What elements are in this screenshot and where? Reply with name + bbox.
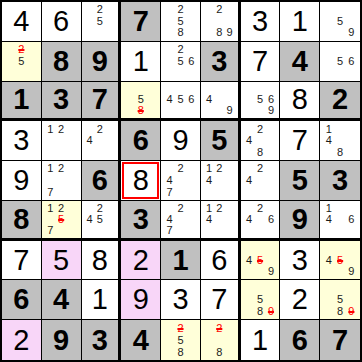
candidate: 4 xyxy=(164,94,175,105)
cell-r4c3[interactable]: 24 xyxy=(82,121,122,161)
pencil-marks: 289 xyxy=(201,2,238,41)
entered-digit: 7 xyxy=(252,47,268,76)
cell-r8c7[interactable]: 589 xyxy=(241,280,281,320)
cell-r5c6[interactable]: 124 xyxy=(201,161,241,201)
pencil-marks: 49 xyxy=(201,82,238,119)
candidate: 1 xyxy=(45,163,56,175)
candidate: 1 xyxy=(45,203,56,214)
struck-candidate: 5 xyxy=(255,254,266,266)
struck-candidate: 9 xyxy=(346,306,357,318)
pencil-marks: 258 xyxy=(161,2,200,41)
cell-r6c6[interactable]: 124 xyxy=(201,201,241,241)
cell-r3c6[interactable]: 49 xyxy=(201,82,241,122)
cell-r8c4[interactable]: 9 xyxy=(121,280,161,320)
candidate: 5 xyxy=(334,16,345,28)
entered-digit: 1 xyxy=(252,326,268,355)
given-digit: 3 xyxy=(133,205,149,234)
given-digit: 1 xyxy=(13,85,29,114)
cell-r1c4[interactable]: 7 xyxy=(121,2,161,42)
entered-digit: 8 xyxy=(292,85,308,114)
pencil-marks: 248 xyxy=(241,121,280,160)
candidate: 2 xyxy=(175,203,186,214)
candidate: 8 xyxy=(334,147,345,159)
candidate: 5 xyxy=(255,294,266,306)
pencil-marks: 245 xyxy=(82,201,119,238)
candidate: 8 xyxy=(214,346,224,358)
candidate: 5 xyxy=(95,214,105,225)
cell-r2c5[interactable]: 256 xyxy=(161,42,201,82)
pencil-marks: 148 xyxy=(320,121,360,160)
cell-r8c5[interactable]: 3 xyxy=(161,280,201,320)
cell-r8c3[interactable]: 1 xyxy=(82,280,122,320)
cell-r8c8[interactable]: 2 xyxy=(280,280,320,320)
cell-r6c5[interactable]: 247 xyxy=(161,201,201,241)
cell-r3c7[interactable]: 569 xyxy=(241,82,281,122)
entered-digit: 8 xyxy=(92,246,108,275)
pencil-marks: 1257 xyxy=(42,201,81,238)
candidate: 1 xyxy=(45,123,56,135)
pencil-marks: 589 xyxy=(320,280,360,319)
candidate: 9 xyxy=(346,27,357,39)
cell-r5c4[interactable]: 8 xyxy=(121,161,161,201)
candidate: 4 xyxy=(244,254,255,266)
candidate: 5 xyxy=(255,94,266,105)
entered-digit: 6 xyxy=(53,7,69,36)
candidate: 8 xyxy=(334,306,345,318)
cell-r4c9[interactable]: 148 xyxy=(320,121,360,161)
candidate: 2 xyxy=(214,203,224,214)
candidate: 2 xyxy=(175,4,186,16)
pencil-marks: 25 xyxy=(2,42,41,81)
entered-digit: 4 xyxy=(13,7,29,36)
candidate: 2 xyxy=(255,203,266,214)
pencil-marks: 124 xyxy=(201,201,238,238)
entered-digit: 2 xyxy=(133,246,149,275)
candidate: 2 xyxy=(175,163,186,175)
given-digit: 9 xyxy=(53,326,69,355)
cell-r9c8[interactable]: 6 xyxy=(280,320,320,360)
cell-r3c8[interactable]: 8 xyxy=(280,82,320,122)
cell-r2c4[interactable]: 1 xyxy=(121,42,161,82)
pencil-marks: 56 xyxy=(320,42,360,81)
candidate: 6 xyxy=(186,55,197,67)
candidate: 8 xyxy=(255,306,266,318)
pencil-marks: 24 xyxy=(241,161,280,200)
entered-digit: 2 xyxy=(292,285,308,314)
cell-r6c3[interactable]: 245 xyxy=(82,201,122,241)
struck-candidate: 5 xyxy=(56,214,67,225)
candidate: 4 xyxy=(244,214,255,225)
struck-candidate: 8 xyxy=(135,105,146,116)
cell-r6c9[interactable]: 146 xyxy=(320,201,360,241)
cell-r9c6[interactable]: 28 xyxy=(201,320,241,360)
cell-r5c1[interactable]: 9 xyxy=(2,161,42,201)
candidate: 4 xyxy=(323,254,334,266)
cell-r3c5[interactable]: 456 xyxy=(161,82,201,122)
cell-r3c1[interactable]: 1 xyxy=(2,82,42,122)
cell-r4c7[interactable]: 248 xyxy=(241,121,281,161)
entered-digit: 1 xyxy=(292,7,308,36)
candidate: 8 xyxy=(214,27,224,39)
struck-candidate: 9 xyxy=(266,306,277,318)
entered-digit: 7 xyxy=(13,246,29,275)
given-digit: 7 xyxy=(92,85,108,114)
given-digit: 8 xyxy=(53,47,69,76)
cell-r8c1[interactable]: 6 xyxy=(2,280,42,320)
entered-digit: 1 xyxy=(133,47,149,76)
candidate: 2 xyxy=(214,4,224,16)
entered-digit: 3 xyxy=(292,246,308,275)
cell-r1c9[interactable]: 59 xyxy=(320,2,360,42)
candidate: 5 xyxy=(334,294,345,306)
candidate: 6 xyxy=(346,55,357,67)
given-digit: 6 xyxy=(13,285,29,314)
candidate: 7 xyxy=(164,186,175,198)
given-digit: 8 xyxy=(13,205,29,234)
cell-r8c6[interactable]: 7 xyxy=(201,280,241,320)
cell-r2c9[interactable]: 56 xyxy=(320,42,360,82)
entered-digit: 3 xyxy=(13,126,29,155)
cell-r2c7[interactable]: 7 xyxy=(241,42,281,82)
cell-r9c3[interactable]: 3 xyxy=(82,320,122,360)
pencil-marks: 459 xyxy=(241,241,280,280)
pencil-marks: 256 xyxy=(161,42,200,81)
cell-r3c4[interactable]: 58 xyxy=(121,82,161,122)
candidate: 5 xyxy=(175,16,186,28)
given-digit: 4 xyxy=(292,47,308,76)
cell-r1c8[interactable]: 1 xyxy=(280,2,320,42)
pencil-marks: 25 xyxy=(82,2,119,41)
candidate: 5 xyxy=(95,16,105,28)
candidate: 4 xyxy=(244,135,255,147)
candidate: 2 xyxy=(255,123,266,135)
struck-candidate: 2 xyxy=(16,44,27,56)
pencil-marks: 247 xyxy=(161,161,200,200)
cell-r3c9[interactable]: 2 xyxy=(320,82,360,122)
candidate: 4 xyxy=(85,214,95,225)
pencil-marks: 459 xyxy=(320,241,360,280)
candidate: 4 xyxy=(244,175,255,187)
cell-r5c8[interactable]: 5 xyxy=(280,161,320,201)
cell-r2c8[interactable]: 4 xyxy=(280,42,320,82)
pencil-marks: 146 xyxy=(320,201,360,238)
cell-r7c3[interactable]: 8 xyxy=(82,241,122,281)
entered-digit: 1 xyxy=(92,285,108,314)
candidate: 9 xyxy=(266,105,277,116)
candidate: 7 xyxy=(45,186,56,198)
entered-digit: 6 xyxy=(211,246,227,275)
given-digit: 6 xyxy=(292,326,308,355)
cell-r7c5[interactable]: 1 xyxy=(161,241,201,281)
candidate: 5 xyxy=(175,94,186,105)
struck-candidate: 2 xyxy=(214,322,224,334)
given-digit: 5 xyxy=(211,126,227,155)
given-digit: 3 xyxy=(53,85,69,114)
candidate: 1 xyxy=(204,163,214,175)
candidate: 4 xyxy=(204,94,214,105)
given-digit: 5 xyxy=(292,166,308,195)
cell-r4c2[interactable]: 12 xyxy=(42,121,82,161)
entered-digit: 7 xyxy=(292,126,308,155)
entered-digit: 3 xyxy=(172,285,188,314)
candidate: 1 xyxy=(323,123,334,135)
entered-digit: 9 xyxy=(172,126,188,155)
given-digit: 3 xyxy=(211,47,227,76)
pencil-marks: 127 xyxy=(42,161,81,200)
cell-r9c2[interactable]: 9 xyxy=(42,320,82,360)
candidate: 5 xyxy=(16,55,27,67)
pencil-marks: 24 xyxy=(82,121,119,160)
cell-r6c1[interactable]: 8 xyxy=(2,201,42,241)
entered-digit: 5 xyxy=(53,246,69,275)
given-digit: 3 xyxy=(332,166,348,195)
pencil-marks: 28 xyxy=(201,320,238,360)
candidate: 9 xyxy=(224,105,234,116)
cell-r4c8[interactable]: 7 xyxy=(280,121,320,161)
candidate: 6 xyxy=(346,214,357,225)
cell-r7c8[interactable]: 3 xyxy=(280,241,320,281)
given-digit: 2 xyxy=(332,85,348,114)
pencil-marks: 124 xyxy=(201,161,238,200)
cell-r2c6[interactable]: 3 xyxy=(201,42,241,82)
candidate: 2 xyxy=(56,163,67,175)
cell-r9c4[interactable]: 4 xyxy=(121,320,161,360)
entered-digit: 3 xyxy=(252,7,268,36)
pencil-marks: 246 xyxy=(241,201,280,238)
given-digit: 4 xyxy=(133,326,149,355)
candidate: 4 xyxy=(85,135,95,147)
cell-r1c2[interactable]: 6 xyxy=(42,2,82,42)
cell-r6c8[interactable]: 9 xyxy=(280,201,320,241)
candidate: 2 xyxy=(95,4,105,16)
entered-digit: 8 xyxy=(133,166,149,195)
entered-digit: 7 xyxy=(211,285,227,314)
candidate: 4 xyxy=(204,214,214,225)
cell-r2c2[interactable]: 8 xyxy=(42,42,82,82)
cell-r7c6[interactable]: 6 xyxy=(201,241,241,281)
cell-r4c1[interactable]: 3 xyxy=(2,121,42,161)
pencil-marks: 569 xyxy=(241,82,280,119)
pencil-marks: 12 xyxy=(42,121,81,160)
given-digit: 9 xyxy=(292,205,308,234)
entered-digit: 9 xyxy=(13,166,29,195)
cell-r5c2[interactable]: 127 xyxy=(42,161,82,201)
entered-digit: 2 xyxy=(13,326,29,355)
cell-r6c4[interactable]: 3 xyxy=(121,201,161,241)
cell-r7c4[interactable]: 2 xyxy=(121,241,161,281)
candidate: 4 xyxy=(204,175,214,187)
cell-r9c9[interactable]: 7 xyxy=(320,320,360,360)
struck-candidate: 2 xyxy=(175,322,186,334)
candidate: 6 xyxy=(186,94,197,105)
given-digit: 7 xyxy=(133,7,149,36)
given-digit: 1 xyxy=(172,246,188,275)
given-digit: 4 xyxy=(53,285,69,314)
given-digit: 6 xyxy=(92,166,108,195)
candidate: 2 xyxy=(214,163,224,175)
given-digit: 6 xyxy=(133,126,149,155)
cell-r9c1[interactable]: 2 xyxy=(2,320,42,360)
given-digit: 9 xyxy=(92,47,108,76)
cell-r1c7[interactable]: 3 xyxy=(241,2,281,42)
pencil-marks: 456 xyxy=(161,82,200,119)
cell-r6c7[interactable]: 246 xyxy=(241,201,281,241)
candidate: 2 xyxy=(255,163,266,175)
given-digit: 3 xyxy=(92,326,108,355)
candidate: 8 xyxy=(175,346,186,358)
candidate: 7 xyxy=(164,225,175,236)
cell-r7c2[interactable]: 5 xyxy=(42,241,82,281)
cell-r3c2[interactable]: 3 xyxy=(42,82,82,122)
candidate: 4 xyxy=(164,175,175,187)
candidate: 2 xyxy=(95,123,105,135)
cell-r1c3[interactable]: 25 xyxy=(82,2,122,42)
candidate: 4 xyxy=(323,135,334,147)
cell-r3c3[interactable]: 7 xyxy=(82,82,122,122)
candidate: 9 xyxy=(224,27,234,39)
cell-r4c4[interactable]: 6 xyxy=(121,121,161,161)
cell-r5c7[interactable]: 24 xyxy=(241,161,281,201)
candidate: 2 xyxy=(56,123,67,135)
entered-digit: 9 xyxy=(133,285,149,314)
cell-r8c9[interactable]: 589 xyxy=(320,280,360,320)
cell-r1c6[interactable]: 289 xyxy=(201,2,241,42)
given-digit: 7 xyxy=(332,326,348,355)
candidate: 2 xyxy=(175,44,186,56)
cell-r7c7[interactable]: 459 xyxy=(241,241,281,281)
pencil-marks: 58 xyxy=(121,82,160,119)
candidate: 5 xyxy=(175,55,186,67)
cell-r5c5[interactable]: 247 xyxy=(161,161,201,201)
candidate: 8 xyxy=(175,27,186,39)
candidate: 6 xyxy=(266,214,277,225)
pencil-marks: 247 xyxy=(161,201,200,238)
candidate: 7 xyxy=(45,225,56,236)
cell-r9c5[interactable]: 258 xyxy=(161,320,201,360)
cell-r4c6[interactable]: 5 xyxy=(201,121,241,161)
candidate: 9 xyxy=(346,266,357,278)
cell-r8c2[interactable]: 4 xyxy=(42,280,82,320)
cell-r6c2[interactable]: 1257 xyxy=(42,201,82,241)
cell-r5c3[interactable]: 6 xyxy=(82,161,122,201)
sudoku-board: 4625725828931592589125637456137584564956… xyxy=(0,0,362,362)
cell-r5c9[interactable]: 3 xyxy=(320,161,360,201)
cell-r7c9[interactable]: 459 xyxy=(320,241,360,281)
pencil-marks: 258 xyxy=(161,320,200,360)
pencil-marks: 589 xyxy=(241,280,280,319)
candidate: 4 xyxy=(323,214,334,225)
cell-r9c7[interactable]: 1 xyxy=(241,320,281,360)
candidate: 5 xyxy=(175,334,186,346)
candidate: 9 xyxy=(266,266,277,278)
cell-r2c1[interactable]: 25 xyxy=(2,42,42,82)
candidate: 8 xyxy=(255,147,266,159)
struck-candidate: 5 xyxy=(334,254,345,266)
cell-r1c5[interactable]: 258 xyxy=(161,2,201,42)
cell-r1c1[interactable]: 4 xyxy=(2,2,42,42)
cell-r4c5[interactable]: 9 xyxy=(161,121,201,161)
cell-r7c1[interactable]: 7 xyxy=(2,241,42,281)
candidate: 5 xyxy=(334,55,345,67)
cell-r2c3[interactable]: 9 xyxy=(82,42,122,82)
pencil-marks: 59 xyxy=(320,2,360,41)
